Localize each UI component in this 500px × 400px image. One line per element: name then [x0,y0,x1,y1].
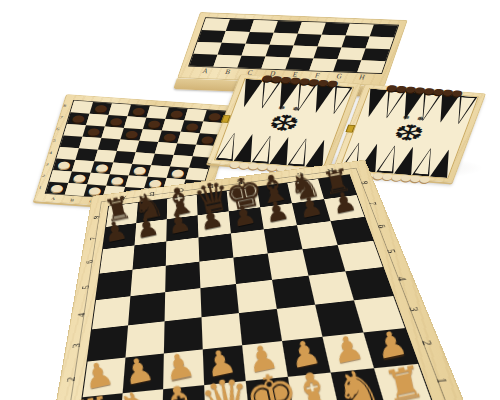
box-square [370,25,398,38]
dark-checker: ● [450,88,464,97]
checkers-rank-label: 7 [59,115,63,119]
box-square [366,37,394,50]
bg-point-inner [414,149,437,175]
box-file-label: A [201,67,209,77]
light-checker: ● [418,175,432,184]
product-photo-stage: ABCDEFGH ●●●●●●●●●●●●●●●●●●●●●●●● ABCDEF… [0,0,500,400]
snowflake-ornament: ❆ [390,121,428,145]
box-square [361,48,389,61]
black-pawn[interactable]: ♟ [324,183,364,223]
chess-pieces: ♜♞♝♛♚♝♞♜♟♟♟♟♟♟♟♟♟♟♟♟♟♟♟♟♜♞♝♛♚♝♞♜ [77,175,432,400]
box-square [357,60,385,73]
closed-box-grid [188,17,399,74]
checkers-rank-label: 8 [63,104,67,108]
white-rook[interactable]: ♜ [377,357,431,400]
box-file-label: B [223,68,231,78]
checkers-rank-label: 6 [56,127,60,131]
bg-point [429,149,457,178]
chess-board: ABCDEFGH ABCDEFGH 87654321 87654321 ♜♞♝♛… [44,160,476,400]
